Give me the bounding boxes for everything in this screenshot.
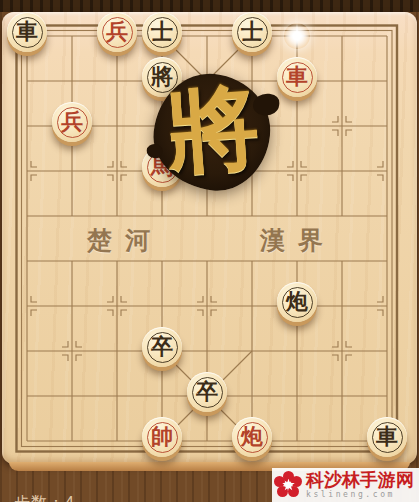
piece-red-horse[interactable]: 馬	[142, 147, 182, 187]
piece-red-soldier[interactable]: 兵	[52, 102, 92, 142]
watermark-site-url: kslineng.com	[306, 491, 414, 499]
piece-black-advisor[interactable]: 士	[142, 12, 182, 52]
piece-red-soldier[interactable]: 兵	[97, 12, 137, 52]
piece-glyph: 士	[232, 12, 272, 52]
piece-glyph: 兵	[97, 12, 137, 52]
piece-black-chariot[interactable]: 車	[367, 417, 407, 457]
piece-glyph: 卒	[142, 327, 182, 367]
piece-glyph: 車	[277, 57, 317, 97]
piece-black-soldier[interactable]: 卒	[142, 327, 182, 367]
piece-glyph: 兵	[52, 102, 92, 142]
piece-glyph: 車	[7, 12, 47, 52]
piece-red-chariot[interactable]: 車	[277, 57, 317, 97]
piece-glyph: 炮	[232, 417, 272, 457]
piece-red-cannon[interactable]: 炮	[232, 417, 272, 457]
piece-glyph: 士	[142, 12, 182, 52]
piece-glyph: 馬	[142, 147, 182, 187]
river-label-right: 漢界	[243, 224, 353, 257]
piece-glyph: 炮	[277, 282, 317, 322]
watermark-banner: 科沙林手游网 kslineng.com	[272, 468, 419, 502]
piece-glyph: 卒	[187, 372, 227, 412]
game-screen: 楚河 漢界 車兵士士將車兵馬炮卒卒帥炮車 將 步数：4 科沙林手游网 kslin…	[0, 0, 419, 502]
piece-black-chariot[interactable]: 車	[7, 12, 47, 52]
piece-black-cannon[interactable]: 炮	[277, 282, 317, 322]
flower-logo-icon	[275, 472, 302, 499]
wood-background-top	[0, 0, 419, 12]
piece-black-general[interactable]: 將	[142, 57, 182, 97]
river-label-left: 楚河	[70, 224, 180, 257]
piece-black-advisor[interactable]: 士	[232, 12, 272, 52]
watermark-site-name: 科沙林手游网	[306, 471, 414, 489]
piece-red-general[interactable]: 帥	[142, 417, 182, 457]
piece-glyph: 將	[142, 57, 182, 97]
step-counter: 步数：4	[14, 493, 75, 502]
piece-glyph: 帥	[142, 417, 182, 457]
piece-glyph: 車	[367, 417, 407, 457]
piece-black-soldier[interactable]: 卒	[187, 372, 227, 412]
